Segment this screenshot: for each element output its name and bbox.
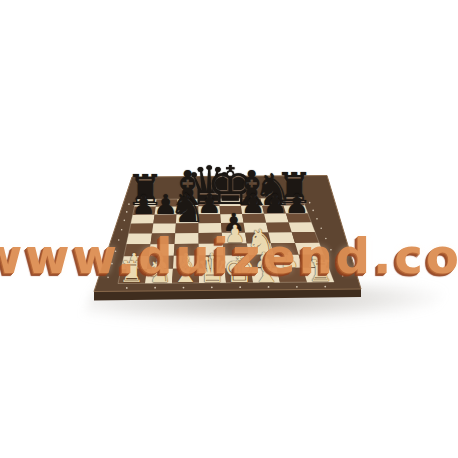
photo-canvas: ♜♝♛♚♝♞♜♟♟♟♟♟♟♟♞♟♟♞♟♟♟♟♟♟♟♜♞♝♛♚♝♜ www.dui…	[0, 0, 458, 458]
piece-black-knight-c6[interactable]: ♞	[169, 188, 206, 229]
watermark: www.duizend.com	[0, 225, 458, 287]
piece-black-pawn-g7[interactable]: ♟	[263, 190, 287, 217]
piece-black-pawn-a7[interactable]: ♟	[131, 191, 155, 218]
piece-black-pawn-h7[interactable]: ♟	[285, 190, 309, 217]
